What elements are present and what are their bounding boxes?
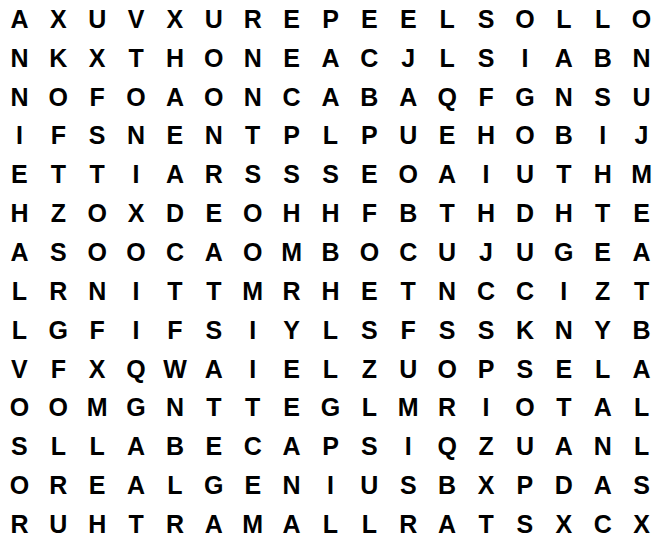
grid-cell[interactable]: I	[117, 155, 156, 194]
grid-cell[interactable]: E	[194, 194, 233, 233]
grid-cell[interactable]: S	[311, 155, 350, 194]
grid-cell[interactable]: S	[350, 427, 389, 466]
grid-cell[interactable]: T	[117, 39, 156, 78]
grid-cell[interactable]: I	[233, 350, 272, 389]
grid-cell[interactable]: T	[156, 272, 195, 311]
grid-cell[interactable]: B	[311, 233, 350, 272]
grid-cell[interactable]: O	[389, 155, 428, 194]
grid-cell[interactable]: N	[428, 272, 467, 311]
grid-cell[interactable]: O	[428, 350, 467, 389]
grid-cell[interactable]: J	[389, 39, 428, 78]
grid-cell[interactable]: C	[583, 505, 622, 544]
grid-cell[interactable]: B	[156, 427, 195, 466]
grid-cell[interactable]: I	[0, 117, 39, 156]
grid-cell[interactable]: S	[467, 39, 506, 78]
grid-cell[interactable]: A	[117, 466, 156, 505]
grid-cell[interactable]: O	[505, 389, 544, 428]
grid-cell[interactable]: C	[467, 272, 506, 311]
grid-cell[interactable]: S	[0, 427, 39, 466]
grid-cell[interactable]: L	[428, 39, 467, 78]
grid-cell[interactable]: A	[194, 350, 233, 389]
grid-cell[interactable]: I	[467, 389, 506, 428]
grid-cell[interactable]: A	[428, 155, 467, 194]
grid-cell[interactable]: X	[78, 39, 117, 78]
grid-cell[interactable]: H	[272, 194, 311, 233]
grid-cell[interactable]: Q	[117, 350, 156, 389]
grid-cell[interactable]: F	[78, 311, 117, 350]
grid-cell[interactable]: I	[311, 466, 350, 505]
grid-cell[interactable]: M	[233, 505, 272, 544]
grid-cell[interactable]: R	[233, 0, 272, 39]
grid-cell[interactable]: O	[78, 233, 117, 272]
grid-cell[interactable]: E	[233, 466, 272, 505]
grid-cell[interactable]: A	[272, 505, 311, 544]
grid-cell[interactable]: Y	[583, 311, 622, 350]
grid-cell[interactable]: E	[272, 0, 311, 39]
grid-cell[interactable]: T	[544, 155, 583, 194]
grid-cell[interactable]: F	[389, 311, 428, 350]
grid-cell[interactable]: O	[505, 0, 544, 39]
grid-cell[interactable]: S	[389, 466, 428, 505]
grid-cell[interactable]: L	[583, 0, 622, 39]
grid-cell[interactable]: A	[156, 155, 195, 194]
grid-cell[interactable]: G	[194, 466, 233, 505]
grid-cell[interactable]: D	[156, 194, 195, 233]
grid-cell[interactable]: Z	[39, 194, 78, 233]
grid-cell[interactable]: Q	[428, 427, 467, 466]
grid-cell[interactable]: S	[505, 350, 544, 389]
grid-cell[interactable]: S	[467, 311, 506, 350]
grid-cell[interactable]: X	[117, 194, 156, 233]
grid-cell[interactable]: N	[117, 117, 156, 156]
grid-cell[interactable]: A	[311, 39, 350, 78]
grid-cell[interactable]: K	[39, 39, 78, 78]
grid-cell[interactable]: I	[505, 39, 544, 78]
grid-cell[interactable]: A	[311, 78, 350, 117]
grid-cell[interactable]: N	[544, 311, 583, 350]
grid-cell[interactable]: P	[505, 466, 544, 505]
grid-cell[interactable]: L	[311, 505, 350, 544]
grid-cell[interactable]: A	[583, 466, 622, 505]
grid-cell[interactable]: E	[350, 272, 389, 311]
grid-cell[interactable]: A	[428, 505, 467, 544]
grid-cell[interactable]: N	[78, 272, 117, 311]
grid-cell[interactable]: X	[156, 0, 195, 39]
grid-cell[interactable]: X	[39, 0, 78, 39]
grid-cell[interactable]: L	[311, 311, 350, 350]
grid-cell[interactable]: N	[272, 466, 311, 505]
grid-cell[interactable]: O	[117, 233, 156, 272]
grid-cell[interactable]: P	[467, 350, 506, 389]
grid-cell[interactable]: G	[544, 233, 583, 272]
grid-cell[interactable]: C	[156, 233, 195, 272]
grid-cell[interactable]: S	[467, 0, 506, 39]
grid-cell[interactable]: S	[622, 466, 661, 505]
grid-cell[interactable]: N	[194, 117, 233, 156]
grid-cell[interactable]: O	[622, 0, 661, 39]
grid-cell[interactable]: L	[622, 427, 661, 466]
grid-cell[interactable]: A	[622, 233, 661, 272]
grid-cell[interactable]: N	[233, 78, 272, 117]
grid-cell[interactable]: L	[311, 117, 350, 156]
grid-cell[interactable]: Q	[428, 78, 467, 117]
grid-cell[interactable]: J	[622, 117, 661, 156]
grid-cell[interactable]: S	[505, 505, 544, 544]
grid-cell[interactable]: A	[194, 233, 233, 272]
grid-cell[interactable]: A	[389, 78, 428, 117]
grid-cell[interactable]: B	[544, 117, 583, 156]
grid-cell[interactable]: H	[156, 39, 195, 78]
grid-cell[interactable]: R	[272, 272, 311, 311]
grid-cell[interactable]: T	[467, 505, 506, 544]
grid-cell[interactable]: M	[389, 389, 428, 428]
grid-cell[interactable]: R	[156, 505, 195, 544]
grid-cell[interactable]: O	[0, 466, 39, 505]
grid-cell[interactable]: S	[78, 117, 117, 156]
grid-cell[interactable]: R	[428, 389, 467, 428]
grid-cell[interactable]: U	[428, 233, 467, 272]
grid-cell[interactable]: T	[194, 272, 233, 311]
grid-cell[interactable]: T	[428, 194, 467, 233]
grid-cell[interactable]: F	[39, 350, 78, 389]
grid-cell[interactable]: I	[117, 272, 156, 311]
grid-cell[interactable]: A	[156, 78, 195, 117]
grid-cell[interactable]: P	[272, 117, 311, 156]
grid-cell[interactable]: H	[583, 155, 622, 194]
grid-cell[interactable]: N	[583, 427, 622, 466]
grid-cell[interactable]: A	[117, 427, 156, 466]
grid-cell[interactable]: L	[544, 0, 583, 39]
grid-cell[interactable]: I	[389, 427, 428, 466]
grid-cell[interactable]: L	[0, 272, 39, 311]
grid-cell[interactable]: T	[194, 389, 233, 428]
grid-cell[interactable]: Z	[583, 272, 622, 311]
grid-cell[interactable]: O	[194, 78, 233, 117]
grid-cell[interactable]: S	[350, 311, 389, 350]
grid-cell[interactable]: C	[505, 272, 544, 311]
grid-cell[interactable]: M	[233, 272, 272, 311]
grid-cell[interactable]: O	[233, 194, 272, 233]
grid-cell[interactable]: E	[272, 389, 311, 428]
grid-cell[interactable]: X	[622, 505, 661, 544]
grid-cell[interactable]: L	[350, 505, 389, 544]
grid-cell[interactable]: N	[156, 389, 195, 428]
grid-cell[interactable]: U	[389, 117, 428, 156]
grid-cell[interactable]: S	[272, 155, 311, 194]
grid-cell[interactable]: U	[78, 0, 117, 39]
grid-cell[interactable]: O	[39, 78, 78, 117]
grid-cell[interactable]: E	[272, 350, 311, 389]
grid-cell[interactable]: E	[194, 427, 233, 466]
grid-cell[interactable]: O	[117, 78, 156, 117]
grid-cell[interactable]: V	[0, 350, 39, 389]
grid-cell[interactable]: P	[311, 0, 350, 39]
grid-cell[interactable]: H	[544, 194, 583, 233]
grid-cell[interactable]: C	[350, 39, 389, 78]
grid-cell[interactable]: H	[0, 194, 39, 233]
grid-cell[interactable]: I	[467, 155, 506, 194]
grid-cell[interactable]: I	[233, 311, 272, 350]
grid-cell[interactable]: T	[389, 272, 428, 311]
grid-cell[interactable]: O	[233, 233, 272, 272]
grid-cell[interactable]: P	[311, 427, 350, 466]
grid-cell[interactable]: T	[622, 272, 661, 311]
grid-cell[interactable]: F	[156, 311, 195, 350]
grid-cell[interactable]: L	[583, 350, 622, 389]
grid-cell[interactable]: G	[117, 389, 156, 428]
grid-cell[interactable]: N	[622, 39, 661, 78]
grid-cell[interactable]: W	[156, 350, 195, 389]
grid-cell[interactable]: L	[311, 350, 350, 389]
grid-cell[interactable]: U	[505, 427, 544, 466]
grid-cell[interactable]: S	[233, 155, 272, 194]
grid-cell[interactable]: B	[389, 194, 428, 233]
grid-cell[interactable]: C	[272, 78, 311, 117]
grid-cell[interactable]: G	[311, 389, 350, 428]
grid-cell[interactable]: B	[350, 78, 389, 117]
grid-cell[interactable]: T	[117, 505, 156, 544]
grid-cell[interactable]: U	[39, 505, 78, 544]
grid-cell[interactable]: X	[78, 350, 117, 389]
grid-cell[interactable]: L	[156, 466, 195, 505]
grid-cell[interactable]: U	[622, 78, 661, 117]
word-search-puzzle: AXUVXUREPEELSOLLONKXTHONEACJLSIABNNOFOAO…	[0, 0, 661, 544]
grid-cell[interactable]: E	[0, 155, 39, 194]
grid-cell[interactable]: E	[583, 233, 622, 272]
grid-cell[interactable]: X	[544, 505, 583, 544]
grid-cell[interactable]: H	[311, 194, 350, 233]
grid-cell[interactable]: H	[78, 505, 117, 544]
grid-cell[interactable]: B	[428, 466, 467, 505]
grid-cell[interactable]: G	[39, 311, 78, 350]
grid-cell[interactable]: N	[0, 78, 39, 117]
grid-cell[interactable]: B	[583, 39, 622, 78]
grid-cell[interactable]: M	[622, 155, 661, 194]
grid-cell[interactable]: F	[39, 117, 78, 156]
grid-cell[interactable]: F	[467, 78, 506, 117]
grid-cell[interactable]: N	[0, 39, 39, 78]
grid-cell[interactable]: T	[78, 155, 117, 194]
grid-cell[interactable]: L	[39, 427, 78, 466]
grid-cell[interactable]: S	[583, 78, 622, 117]
grid-cell[interactable]: R	[389, 505, 428, 544]
grid-cell[interactable]: N	[233, 39, 272, 78]
grid-cell[interactable]: A	[194, 505, 233, 544]
grid-cell[interactable]: K	[505, 311, 544, 350]
grid-cell[interactable]: A	[544, 39, 583, 78]
grid-cell[interactable]: R	[39, 272, 78, 311]
grid-cell[interactable]: M	[272, 233, 311, 272]
grid-cell[interactable]: T	[544, 389, 583, 428]
grid-cell[interactable]: E	[544, 350, 583, 389]
grid-cell[interactable]: M	[78, 389, 117, 428]
grid-cell[interactable]: L	[78, 427, 117, 466]
grid-cell[interactable]: E	[78, 466, 117, 505]
grid-cell[interactable]: O	[78, 194, 117, 233]
grid-cell[interactable]: X	[467, 466, 506, 505]
grid-cell[interactable]: P	[350, 117, 389, 156]
grid-cell[interactable]: I	[544, 272, 583, 311]
grid-cell[interactable]: A	[544, 427, 583, 466]
grid-cell[interactable]: E	[156, 117, 195, 156]
grid-cell[interactable]: A	[583, 389, 622, 428]
grid-cell[interactable]: N	[544, 78, 583, 117]
grid-cell[interactable]: H	[311, 272, 350, 311]
grid-cell[interactable]: T	[39, 155, 78, 194]
grid-cell[interactable]: Z	[350, 350, 389, 389]
grid-cell[interactable]: T	[583, 194, 622, 233]
word-search-grid: AXUVXUREPEELSOLLONKXTHONEACJLSIABNNOFOAO…	[0, 0, 661, 544]
grid-cell[interactable]: L	[622, 389, 661, 428]
grid-cell[interactable]: E	[350, 155, 389, 194]
grid-cell[interactable]: I	[583, 117, 622, 156]
grid-cell[interactable]: U	[505, 233, 544, 272]
grid-cell[interactable]: A	[0, 233, 39, 272]
grid-cell[interactable]: L	[350, 389, 389, 428]
grid-cell[interactable]: I	[117, 311, 156, 350]
grid-cell[interactable]: O	[194, 39, 233, 78]
grid-cell[interactable]: U	[194, 0, 233, 39]
grid-cell[interactable]: O	[505, 117, 544, 156]
grid-cell[interactable]: J	[467, 233, 506, 272]
grid-cell[interactable]: E	[350, 0, 389, 39]
grid-cell[interactable]: H	[467, 194, 506, 233]
grid-cell[interactable]: C	[389, 233, 428, 272]
grid-cell[interactable]: R	[0, 505, 39, 544]
grid-cell[interactable]: D	[544, 466, 583, 505]
grid-cell[interactable]: F	[78, 78, 117, 117]
grid-cell[interactable]: L	[0, 311, 39, 350]
grid-cell[interactable]: C	[233, 427, 272, 466]
grid-cell[interactable]: A	[0, 0, 39, 39]
grid-cell[interactable]: G	[505, 78, 544, 117]
grid-cell[interactable]: S	[194, 311, 233, 350]
grid-cell[interactable]: U	[505, 155, 544, 194]
grid-cell[interactable]: D	[505, 194, 544, 233]
grid-cell[interactable]: A	[272, 427, 311, 466]
grid-cell[interactable]: E	[389, 0, 428, 39]
grid-cell[interactable]: T	[233, 117, 272, 156]
grid-cell[interactable]: R	[194, 155, 233, 194]
grid-cell[interactable]: O	[0, 389, 39, 428]
grid-cell[interactable]: S	[428, 311, 467, 350]
grid-cell[interactable]: Y	[272, 311, 311, 350]
grid-cell[interactable]: A	[622, 350, 661, 389]
grid-cell[interactable]: T	[233, 389, 272, 428]
grid-cell[interactable]: O	[350, 233, 389, 272]
grid-cell[interactable]: E	[428, 117, 467, 156]
grid-cell[interactable]: S	[39, 233, 78, 272]
grid-cell[interactable]: U	[389, 350, 428, 389]
grid-cell[interactable]: H	[467, 117, 506, 156]
grid-cell[interactable]: O	[39, 389, 78, 428]
grid-cell[interactable]: V	[117, 0, 156, 39]
grid-cell[interactable]: E	[272, 39, 311, 78]
grid-cell[interactable]: B	[622, 311, 661, 350]
grid-cell[interactable]: L	[428, 0, 467, 39]
grid-cell[interactable]: U	[350, 466, 389, 505]
grid-cell[interactable]: F	[350, 194, 389, 233]
grid-cell[interactable]: Z	[467, 427, 506, 466]
grid-cell[interactable]: R	[39, 466, 78, 505]
grid-cell[interactable]: E	[622, 194, 661, 233]
